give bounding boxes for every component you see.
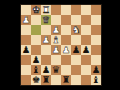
board-frame: ♚♜♟♛♟♞♟♝♟♟♟♟♟♟♝♟♛♟♚♜♜♝ <box>20 4 102 86</box>
square-f5[interactable] <box>41 45 51 55</box>
square-a6[interactable] <box>91 55 101 65</box>
square-d3[interactable] <box>61 25 71 35</box>
white-rook-piece: ♜ <box>42 5 51 15</box>
white-pawn-piece: ♟ <box>52 45 61 55</box>
square-e3[interactable]: ♟ <box>51 25 61 35</box>
square-f8[interactable]: ♜ <box>41 75 51 85</box>
letterbox-background: ♚♜♟♛♟♞♟♝♟♟♟♟♟♟♝♟♛♟♚♜♜♝ <box>0 0 120 90</box>
black-pawn-piece: ♟ <box>72 45 81 55</box>
white-king-piece: ♚ <box>32 5 41 15</box>
square-h4[interactable] <box>21 35 31 45</box>
square-b7[interactable] <box>81 65 91 75</box>
square-c2[interactable] <box>71 15 81 25</box>
square-a8[interactable]: ♝ <box>91 75 101 85</box>
white-pawn-piece: ♟ <box>62 45 71 55</box>
square-b8[interactable] <box>81 75 91 85</box>
square-d2[interactable] <box>61 15 71 25</box>
square-h8[interactable] <box>21 75 31 85</box>
square-b2[interactable] <box>81 15 91 25</box>
square-c3[interactable]: ♞ <box>71 25 81 35</box>
square-g5[interactable] <box>31 45 41 55</box>
square-h6[interactable] <box>21 55 31 65</box>
square-d7[interactable] <box>61 65 71 75</box>
square-a5[interactable] <box>91 45 101 55</box>
square-e4[interactable]: ♝ <box>51 35 61 45</box>
square-c7[interactable] <box>71 65 81 75</box>
square-c6[interactable] <box>71 55 81 65</box>
square-c1[interactable] <box>71 5 81 15</box>
black-pawn-piece: ♟ <box>92 65 101 75</box>
square-g6[interactable]: ♟ <box>31 55 41 65</box>
square-b1[interactable] <box>81 5 91 15</box>
white-queen-piece: ♛ <box>42 15 51 25</box>
square-h1[interactable] <box>21 5 31 15</box>
square-b3[interactable] <box>81 25 91 35</box>
square-g2[interactable] <box>31 15 41 25</box>
square-c4[interactable] <box>71 35 81 45</box>
black-pawn-piece: ♟ <box>22 45 31 55</box>
chess-board: ♚♜♟♛♟♞♟♝♟♟♟♟♟♟♝♟♛♟♚♜♜♝ <box>21 5 101 85</box>
square-h2[interactable]: ♟ <box>21 15 31 25</box>
white-pawn-piece: ♟ <box>42 35 51 45</box>
black-rook-piece: ♜ <box>62 75 71 85</box>
square-e7[interactable]: ♛ <box>51 65 61 75</box>
black-bishop-piece: ♝ <box>92 75 101 85</box>
square-g4[interactable] <box>31 35 41 45</box>
square-f6[interactable] <box>41 55 51 65</box>
square-b4[interactable] <box>81 35 91 45</box>
white-pawn-piece: ♟ <box>22 15 31 25</box>
square-a7[interactable]: ♟ <box>91 65 101 75</box>
white-knight-piece: ♞ <box>72 25 81 35</box>
square-c5[interactable]: ♟ <box>71 45 81 55</box>
square-h5[interactable]: ♟ <box>21 45 31 55</box>
square-e6[interactable] <box>51 55 61 65</box>
square-d8[interactable]: ♜ <box>61 75 71 85</box>
square-g1[interactable]: ♚ <box>31 5 41 15</box>
black-queen-piece: ♛ <box>52 65 61 75</box>
black-pawn-piece: ♟ <box>42 65 51 75</box>
square-a2[interactable] <box>91 15 101 25</box>
square-h3[interactable] <box>21 25 31 35</box>
square-e2[interactable] <box>51 15 61 25</box>
square-f1[interactable]: ♜ <box>41 5 51 15</box>
white-bishop-piece: ♝ <box>52 35 61 45</box>
black-bishop-piece: ♝ <box>32 65 41 75</box>
square-d6[interactable] <box>61 55 71 65</box>
square-a4[interactable] <box>91 35 101 45</box>
square-d5[interactable]: ♟ <box>61 45 71 55</box>
square-g8[interactable]: ♚ <box>31 75 41 85</box>
black-pawn-piece: ♟ <box>32 55 41 65</box>
black-king-piece: ♚ <box>32 75 41 85</box>
square-e1[interactable] <box>51 5 61 15</box>
square-b6[interactable] <box>81 55 91 65</box>
square-h7[interactable] <box>21 65 31 75</box>
square-f3[interactable] <box>41 25 51 35</box>
square-f7[interactable]: ♟ <box>41 65 51 75</box>
square-d1[interactable] <box>61 5 71 15</box>
square-f2[interactable]: ♛ <box>41 15 51 25</box>
square-a3[interactable] <box>91 25 101 35</box>
white-pawn-piece: ♟ <box>52 25 61 35</box>
square-e5[interactable]: ♟ <box>51 45 61 55</box>
square-g3[interactable] <box>31 25 41 35</box>
square-d4[interactable] <box>61 35 71 45</box>
black-rook-piece: ♜ <box>42 75 51 85</box>
square-e8[interactable] <box>51 75 61 85</box>
square-g7[interactable]: ♝ <box>31 65 41 75</box>
square-c8[interactable] <box>71 75 81 85</box>
black-pawn-piece: ♟ <box>82 45 91 55</box>
square-b5[interactable]: ♟ <box>81 45 91 55</box>
square-a1[interactable] <box>91 5 101 15</box>
square-f4[interactable]: ♟ <box>41 35 51 45</box>
